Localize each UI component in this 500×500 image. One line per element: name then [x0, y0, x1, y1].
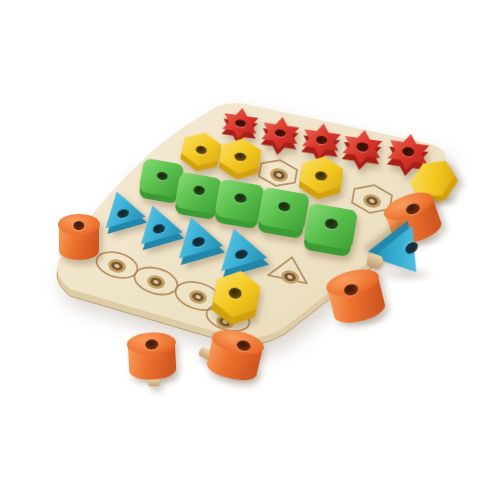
piece-loose-hexagon-yellow-bottom: [207, 268, 264, 329]
piece-square-r3c4: [256, 188, 310, 239]
product-photo-shape-sorter-toy: [0, 0, 500, 500]
piece-loose-cylinder-orange-bottom-left: [126, 331, 177, 381]
piece-center-hole: [73, 221, 84, 231]
piece-hexagon-r2c2: [215, 136, 264, 182]
piece-star-r1c2: [257, 115, 304, 157]
piece-square-r3c5: [302, 204, 358, 257]
piece-cylinder-r5c1: [58, 214, 100, 260]
